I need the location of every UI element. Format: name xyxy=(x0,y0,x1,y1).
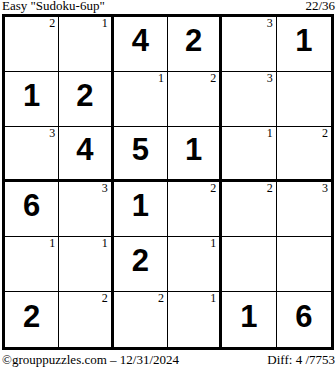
corner-mark: 2 xyxy=(210,182,216,195)
difficulty: Diff: 4 /7753 xyxy=(267,352,335,367)
cell-r2c4[interactable]: 2 xyxy=(168,72,222,127)
given-digit: 1 xyxy=(114,182,167,236)
cell-r1c3: 4 xyxy=(114,17,168,72)
given-digit: 6 xyxy=(277,292,331,347)
header: Easy "Sudoku-6up" 22/36 xyxy=(2,0,335,13)
corner-mark: 1 xyxy=(49,237,55,250)
given-digit: 1 xyxy=(277,17,331,71)
given-digit: 1 xyxy=(5,72,58,126)
cell-r5c6[interactable] xyxy=(277,237,331,292)
corner-mark: 1 xyxy=(210,237,216,250)
corner-mark: 1 xyxy=(267,127,273,140)
given-digit: 4 xyxy=(114,17,167,71)
corner-mark: 2 xyxy=(158,292,164,305)
given-digit: 5 xyxy=(114,127,167,179)
corner-mark: 1 xyxy=(210,292,216,305)
cell-r3c4: 1 xyxy=(168,127,222,182)
cell-r1c6: 1 xyxy=(277,17,331,72)
corner-mark: 2 xyxy=(49,17,55,30)
given-digit: 1 xyxy=(168,127,219,179)
corner-mark: 3 xyxy=(267,17,273,30)
cell-r4c3: 1 xyxy=(114,182,168,237)
cell-r3c5[interactable]: 1 xyxy=(222,127,276,182)
cell-r6c5: 1 xyxy=(222,292,276,347)
corner-mark: 1 xyxy=(158,72,164,85)
given-digit: 2 xyxy=(59,72,110,126)
corner-mark: 1 xyxy=(102,17,108,30)
cell-r4c5[interactable]: 2 xyxy=(222,182,276,237)
puzzle-counter: 22/36 xyxy=(305,0,335,13)
cell-r6c1: 2 xyxy=(5,292,59,347)
corner-mark: 3 xyxy=(102,182,108,195)
puzzle-title: Easy "Sudoku-6up" xyxy=(2,0,105,13)
cell-r4c4[interactable]: 2 xyxy=(168,182,222,237)
cell-r3c2: 4 xyxy=(59,127,113,182)
cell-r5c4[interactable]: 1 xyxy=(168,237,222,292)
given-digit: 4 xyxy=(59,127,110,179)
given-digit: 1 xyxy=(222,292,275,347)
corner-mark: 1 xyxy=(102,237,108,250)
cell-r1c2[interactable]: 1 xyxy=(59,17,113,72)
cell-r6c2[interactable]: 2 xyxy=(59,292,113,347)
cell-r5c3: 2 xyxy=(114,237,168,292)
cell-r2c1: 1 xyxy=(5,72,59,127)
cell-r1c5[interactable]: 3 xyxy=(222,17,276,72)
cell-r4c6[interactable]: 3 xyxy=(277,182,331,237)
corner-mark: 2 xyxy=(267,182,273,195)
footer: ©grouppuzzles.com – 12/31/2024 Diff: 4 /… xyxy=(2,352,335,368)
cell-r6c6: 6 xyxy=(277,292,331,347)
corner-mark: 3 xyxy=(49,127,55,140)
cell-r1c1[interactable]: 2 xyxy=(5,17,59,72)
given-digit: 2 xyxy=(168,17,219,71)
cell-r3c3: 5 xyxy=(114,127,168,182)
cell-r2c6[interactable] xyxy=(277,72,331,127)
corner-mark: 3 xyxy=(267,72,273,85)
given-digit: 2 xyxy=(114,237,167,291)
cell-r5c1[interactable]: 1 xyxy=(5,237,59,292)
cell-r5c2[interactable]: 1 xyxy=(59,237,113,292)
cell-r2c5[interactable]: 3 xyxy=(222,72,276,127)
cell-r2c2: 2 xyxy=(59,72,113,127)
cell-r3c6[interactable]: 2 xyxy=(277,127,331,182)
cell-r4c1: 6 xyxy=(5,182,59,237)
corner-mark: 2 xyxy=(210,72,216,85)
corner-mark: 2 xyxy=(102,292,108,305)
cell-r2c3[interactable]: 1 xyxy=(114,72,168,127)
cell-r5c5[interactable] xyxy=(222,237,276,292)
cell-r3c1[interactable]: 3 xyxy=(5,127,59,182)
cell-r6c4[interactable]: 1 xyxy=(168,292,222,347)
sudoku-board: 214231121233451126312231121222116 xyxy=(2,14,334,350)
copyright-date: ©grouppuzzles.com – 12/31/2024 xyxy=(2,352,179,367)
given-digit: 6 xyxy=(5,182,58,236)
cell-r1c4: 2 xyxy=(168,17,222,72)
puzzle-page: Easy "Sudoku-6up" 22/36 2142311212334511… xyxy=(0,0,336,370)
corner-mark: 2 xyxy=(322,127,328,140)
cell-r6c3[interactable]: 2 xyxy=(114,292,168,347)
given-digit: 2 xyxy=(5,292,58,347)
corner-mark: 3 xyxy=(322,182,328,195)
cell-r4c2[interactable]: 3 xyxy=(59,182,113,237)
